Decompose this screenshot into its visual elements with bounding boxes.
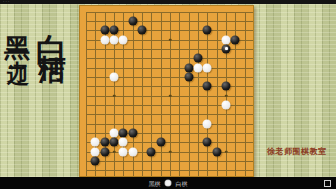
black-stone: [212, 147, 221, 156]
star-point: [225, 94, 228, 97]
white-stone: [222, 100, 231, 109]
star-point: [169, 150, 172, 153]
star-point: [169, 94, 172, 97]
go-grid: [86, 12, 254, 178]
channel-watermark: 徐老师围棋教室: [267, 147, 327, 156]
black-stone: [231, 35, 240, 44]
player-control-bar[interactable]: 黑棋 白棋: [0, 177, 336, 189]
grid-line: [86, 161, 254, 162]
black-stone: [110, 26, 119, 35]
white-stone: [203, 119, 212, 128]
white-move-label[interactable]: 白棋: [176, 180, 188, 186]
star-point: [113, 150, 116, 153]
white-stone: [119, 138, 128, 147]
white-stone: [110, 128, 119, 137]
black-stone: [203, 26, 212, 35]
black-stone: [128, 16, 137, 25]
black-stone: [119, 128, 128, 137]
star-point: [225, 150, 228, 153]
black-move-label[interactable]: 黑棋: [149, 180, 161, 186]
black-stone: [203, 138, 212, 147]
black-player-name: 一力辽: [3, 40, 33, 49]
black-player-panel: 黑 一力辽: [3, 16, 33, 49]
window-title-bar: · · ·: [0, 0, 336, 4]
black-stone: [194, 54, 203, 63]
black-stone: [100, 138, 109, 147]
white-stone: [203, 63, 212, 72]
black-stone: [147, 147, 156, 156]
black-stone: [222, 44, 231, 53]
white-stone: [222, 35, 231, 44]
black-stone: [203, 82, 212, 91]
black-stone: [222, 82, 231, 91]
toggle-knob-icon[interactable]: [165, 180, 172, 187]
black-stone: [184, 63, 193, 72]
black-stone: [184, 72, 193, 81]
black-stone: [110, 138, 119, 147]
white-stone: [194, 63, 203, 72]
white-stone: [119, 147, 128, 156]
grid-line: [86, 114, 254, 115]
grid-line: [245, 12, 246, 178]
white-stone: [100, 35, 109, 44]
white-stone: [110, 72, 119, 81]
go-board: [79, 5, 254, 177]
star-point: [169, 38, 172, 41]
white-stone: [110, 35, 119, 44]
black-stone: [100, 26, 109, 35]
white-stone: [91, 147, 100, 156]
white-player-name: 柯洁: [34, 33, 70, 37]
white-stone: [91, 138, 100, 147]
black-stone: [91, 156, 100, 165]
black-stone: [100, 147, 109, 156]
move-toggle-controls[interactable]: 黑棋 白棋: [149, 180, 188, 187]
white-stone: [119, 35, 128, 44]
star-point: [113, 94, 116, 97]
grid-line: [86, 170, 254, 171]
black-stone: [128, 128, 137, 137]
black-stone: [156, 138, 165, 147]
white-player-panel: 白 柯洁: [36, 8, 68, 37]
fullscreen-icon[interactable]: [324, 180, 331, 187]
video-frame: · · · 黑 一力辽 白 柯洁 徐老师围棋教室 黑棋 白棋: [0, 0, 336, 189]
white-stone: [128, 147, 137, 156]
window-title: · · ·: [0, 0, 336, 4]
black-stone: [138, 26, 147, 35]
last-move-marker: [225, 47, 228, 50]
grid-line: [86, 124, 254, 125]
